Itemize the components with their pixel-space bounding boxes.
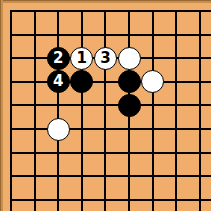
grid-line-vertical [81,10,83,211]
stone-white [141,70,164,93]
grid-line-vertical [10,10,12,211]
stone-black [70,70,93,93]
stone-black-move-4: 4 [47,70,70,93]
grid-line-horizontal [10,128,211,130]
grid-line-vertical [57,10,59,211]
grid-line-vertical [199,10,201,211]
stone-white-move-1: 1 [70,47,93,70]
stone-move-number: 3 [100,50,110,65]
grid-line-vertical [34,10,36,211]
go-board-diagram: 2134 [0,0,211,211]
stone-white-move-3: 3 [94,47,117,70]
grid-line-vertical [104,10,106,211]
stone-white [47,118,70,141]
stone-black [118,70,141,93]
stone-black [118,94,141,117]
grid-line-horizontal [10,175,211,177]
grid-line-horizontal [10,104,211,106]
grid-line-horizontal [10,152,211,154]
grid-line-vertical [152,10,154,211]
grid-line-vertical [175,10,177,211]
stone-black-move-2: 2 [47,47,70,70]
board-edge-top [0,0,211,3]
stone-move-number: 1 [77,50,87,65]
stone-move-number: 2 [53,50,63,65]
stone-move-number: 4 [53,74,63,89]
stone-white [118,47,141,70]
board-edge-left [0,0,3,211]
grid-line-horizontal [10,34,211,36]
grid-line-horizontal [10,81,211,83]
grid-line-horizontal [10,199,211,201]
grid-line-horizontal [10,10,211,12]
